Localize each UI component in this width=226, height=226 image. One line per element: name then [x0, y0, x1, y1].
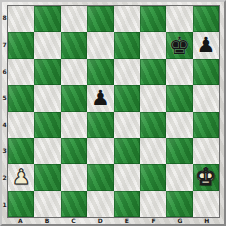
square-b6[interactable] — [34, 59, 60, 85]
square-e3[interactable] — [114, 138, 140, 164]
square-e4[interactable] — [114, 112, 140, 138]
piece-black-pawn[interactable]: ♟ — [196, 35, 215, 56]
square-a7[interactable] — [8, 32, 34, 58]
square-d8[interactable] — [87, 6, 113, 32]
square-h3[interactable] — [193, 138, 219, 164]
file-label-a: A — [7, 218, 34, 224]
square-g3[interactable] — [166, 138, 192, 164]
square-f7[interactable] — [140, 32, 166, 58]
square-f3[interactable] — [140, 138, 166, 164]
square-h6[interactable] — [193, 59, 219, 85]
square-f5[interactable] — [140, 85, 166, 111]
square-d7[interactable] — [87, 32, 113, 58]
square-h8[interactable] — [193, 6, 219, 32]
square-a1[interactable] — [8, 191, 34, 217]
file-label-d: D — [87, 218, 114, 224]
square-h5[interactable] — [193, 85, 219, 111]
square-e7[interactable] — [114, 32, 140, 58]
piece-white-king[interactable]: ♚ — [195, 165, 217, 189]
square-c6[interactable] — [61, 59, 87, 85]
chess-board-frame: 87654321 ♚♟♟♟♚ ABCDEFGH — [0, 0, 226, 226]
square-f2[interactable] — [140, 164, 166, 190]
square-e1[interactable] — [114, 191, 140, 217]
square-b2[interactable] — [34, 164, 60, 190]
square-a6[interactable] — [8, 59, 34, 85]
square-g5[interactable] — [166, 85, 192, 111]
file-label-e: E — [114, 218, 141, 224]
square-d1[interactable] — [87, 191, 113, 217]
square-h4[interactable] — [193, 112, 219, 138]
square-c5[interactable] — [61, 85, 87, 111]
square-g1[interactable] — [166, 191, 192, 217]
square-b5[interactable] — [34, 85, 60, 111]
file-label-h: H — [193, 218, 220, 224]
square-d3[interactable] — [87, 138, 113, 164]
file-label-c: C — [60, 218, 87, 224]
square-f1[interactable] — [140, 191, 166, 217]
square-g8[interactable] — [166, 6, 192, 32]
square-a2[interactable]: ♟ — [8, 164, 34, 190]
square-c2[interactable] — [61, 164, 87, 190]
square-b8[interactable] — [34, 6, 60, 32]
square-e5[interactable] — [114, 85, 140, 111]
square-c4[interactable] — [61, 112, 87, 138]
square-f4[interactable] — [140, 112, 166, 138]
piece-black-king[interactable]: ♚ — [169, 34, 191, 58]
file-label-g: G — [167, 218, 194, 224]
square-e2[interactable] — [114, 164, 140, 190]
square-f8[interactable] — [140, 6, 166, 32]
square-c8[interactable] — [61, 6, 87, 32]
square-d6[interactable] — [87, 59, 113, 85]
file-label-f: F — [140, 218, 167, 224]
square-h2[interactable]: ♚ — [193, 164, 219, 190]
piece-black-pawn[interactable]: ♟ — [91, 88, 110, 109]
square-g7[interactable]: ♚ — [166, 32, 192, 58]
square-g2[interactable] — [166, 164, 192, 190]
file-labels: ABCDEFGH — [7, 218, 220, 224]
square-a4[interactable] — [8, 112, 34, 138]
square-e6[interactable] — [114, 59, 140, 85]
square-b7[interactable] — [34, 32, 60, 58]
square-b3[interactable] — [34, 138, 60, 164]
square-h7[interactable]: ♟ — [193, 32, 219, 58]
square-a8[interactable] — [8, 6, 34, 32]
square-h1[interactable] — [193, 191, 219, 217]
square-f6[interactable] — [140, 59, 166, 85]
square-a3[interactable] — [8, 138, 34, 164]
chess-board: ♚♟♟♟♚ — [7, 5, 220, 218]
square-d4[interactable] — [87, 112, 113, 138]
square-c7[interactable] — [61, 32, 87, 58]
square-g6[interactable] — [166, 59, 192, 85]
square-c1[interactable] — [61, 191, 87, 217]
square-c3[interactable] — [61, 138, 87, 164]
square-a5[interactable] — [8, 85, 34, 111]
square-b4[interactable] — [34, 112, 60, 138]
file-label-b: B — [34, 218, 61, 224]
square-e8[interactable] — [114, 6, 140, 32]
square-d5[interactable]: ♟ — [87, 85, 113, 111]
square-g4[interactable] — [166, 112, 192, 138]
square-b1[interactable] — [34, 191, 60, 217]
square-d2[interactable] — [87, 164, 113, 190]
piece-white-pawn[interactable]: ♟ — [12, 167, 31, 188]
